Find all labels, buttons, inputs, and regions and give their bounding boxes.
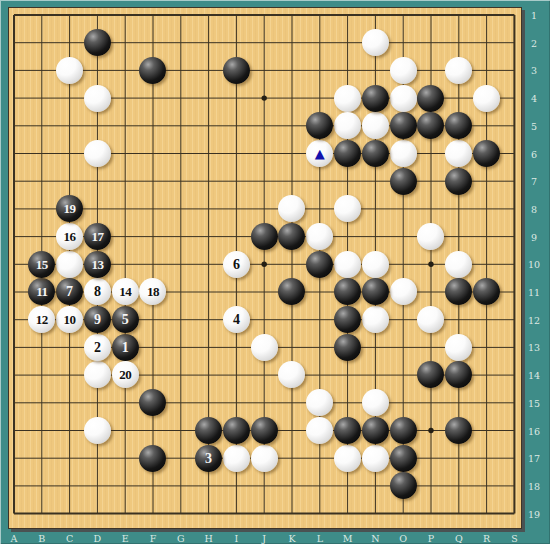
stone-black xyxy=(139,445,166,472)
move-number: 16 xyxy=(64,223,76,250)
stone-white xyxy=(473,85,500,112)
stone-black xyxy=(417,85,444,112)
stone-white xyxy=(445,57,472,84)
stone-white xyxy=(306,417,333,444)
stone-white xyxy=(390,57,417,84)
move-number: 14 xyxy=(119,278,131,305)
stone-white xyxy=(56,57,83,84)
stone-white: 20 xyxy=(112,361,139,388)
stone-black xyxy=(139,389,166,416)
stone-white xyxy=(445,334,472,361)
column-label: O xyxy=(393,533,413,544)
move-number: 2 xyxy=(94,334,101,361)
stone-black xyxy=(445,361,472,388)
stone-white xyxy=(56,251,83,278)
stone-black xyxy=(334,140,361,167)
move-number: 1 xyxy=(122,334,129,361)
stone-white: 8 xyxy=(84,278,111,305)
column-label: N xyxy=(365,533,385,544)
stone-white: 14 xyxy=(112,278,139,305)
stone-black xyxy=(390,417,417,444)
stone-black xyxy=(334,334,361,361)
stone-black: 1 xyxy=(112,334,139,361)
stone-black: 5 xyxy=(112,306,139,333)
stone-black xyxy=(473,140,500,167)
stone-white xyxy=(362,29,389,56)
move-number: 6 xyxy=(233,251,240,278)
stones-layer: ▲1234567891011121314151617181920 xyxy=(0,1,528,527)
column-label: A xyxy=(4,533,24,544)
column-label: P xyxy=(421,533,441,544)
stone-white xyxy=(417,306,444,333)
stone-black xyxy=(334,306,361,333)
stone-black xyxy=(334,278,361,305)
move-number: 18 xyxy=(147,278,159,305)
stone-white xyxy=(334,445,361,472)
column-label: G xyxy=(171,533,191,544)
stone-white xyxy=(390,85,417,112)
stone-white xyxy=(334,251,361,278)
stone-black: 19 xyxy=(56,195,83,222)
column-label: L xyxy=(310,533,330,544)
stone-black xyxy=(445,278,472,305)
stone-white xyxy=(445,140,472,167)
stone-black xyxy=(362,85,389,112)
column-label: C xyxy=(60,533,80,544)
column-label: K xyxy=(282,533,302,544)
stone-white: 4 xyxy=(223,306,250,333)
stone-black xyxy=(251,417,278,444)
stone-white xyxy=(362,112,389,139)
stone-black xyxy=(362,417,389,444)
column-label: R xyxy=(477,533,497,544)
stone-white xyxy=(362,306,389,333)
stone-black xyxy=(223,57,250,84)
move-number: 7 xyxy=(66,278,73,305)
stone-white xyxy=(334,195,361,222)
stone-white xyxy=(278,195,305,222)
stone-black xyxy=(306,112,333,139)
stone-black xyxy=(334,417,361,444)
column-label: I xyxy=(226,533,246,544)
stone-white xyxy=(223,445,250,472)
stone-white xyxy=(362,251,389,278)
stone-black xyxy=(362,140,389,167)
stone-white xyxy=(306,223,333,250)
stone-black xyxy=(278,278,305,305)
column-label: B xyxy=(32,533,52,544)
stone-white xyxy=(84,85,111,112)
stone-black xyxy=(251,223,278,250)
move-number: 3 xyxy=(205,445,212,472)
column-label: F xyxy=(143,533,163,544)
move-number: 20 xyxy=(119,361,131,388)
move-number: 11 xyxy=(36,278,47,305)
stone-white: 10 xyxy=(56,306,83,333)
stone-white: 12 xyxy=(28,306,55,333)
stone-white: 18 xyxy=(139,278,166,305)
stone-black xyxy=(84,29,111,56)
move-number: 9 xyxy=(94,306,101,333)
stone-black xyxy=(139,57,166,84)
stone-black xyxy=(445,112,472,139)
stone-white xyxy=(84,361,111,388)
stone-black: 11 xyxy=(28,278,55,305)
stone-white: 16 xyxy=(56,223,83,250)
move-number: 12 xyxy=(36,306,48,333)
stone-black xyxy=(223,417,250,444)
stone-black xyxy=(445,168,472,195)
stone-black xyxy=(306,251,333,278)
column-label: Q xyxy=(449,533,469,544)
stone-black: 13 xyxy=(84,251,111,278)
stone-white xyxy=(362,389,389,416)
stone-black: 9 xyxy=(84,306,111,333)
stone-white xyxy=(278,361,305,388)
stone-white xyxy=(84,417,111,444)
stone-black xyxy=(445,417,472,444)
move-number: 10 xyxy=(64,306,76,333)
stone-white: 6 xyxy=(223,251,250,278)
stone-white xyxy=(362,445,389,472)
stone-black: 7 xyxy=(56,278,83,305)
stone-black: 3 xyxy=(195,445,222,472)
stone-black: 17 xyxy=(84,223,111,250)
move-number: 17 xyxy=(91,223,103,250)
stone-white xyxy=(251,334,278,361)
go-diagram-page: ▲1234567891011121314151617181920 ABCDEFG… xyxy=(0,0,550,544)
stone-white xyxy=(390,140,417,167)
stone-white xyxy=(417,223,444,250)
stone-white xyxy=(84,140,111,167)
column-label: E xyxy=(115,533,135,544)
stone-white xyxy=(390,278,417,305)
stone-white xyxy=(334,112,361,139)
move-number: 13 xyxy=(91,251,103,278)
stone-black xyxy=(390,445,417,472)
stone-black xyxy=(278,223,305,250)
column-label: H xyxy=(199,533,219,544)
stone-black xyxy=(390,168,417,195)
move-number: 4 xyxy=(233,306,240,333)
stone-white xyxy=(445,251,472,278)
stone-black xyxy=(473,278,500,305)
move-number: 15 xyxy=(36,251,48,278)
stone-white: ▲ xyxy=(306,140,333,167)
go-board[interactable]: ▲1234567891011121314151617181920 xyxy=(8,7,522,529)
stone-black: 15 xyxy=(28,251,55,278)
stone-black xyxy=(390,112,417,139)
stone-black xyxy=(390,472,417,499)
stone-white xyxy=(251,445,278,472)
move-number: 19 xyxy=(64,195,76,222)
triangle-mark-icon: ▲ xyxy=(315,140,325,167)
column-label: D xyxy=(87,533,107,544)
column-label: J xyxy=(254,533,274,544)
column-label: S xyxy=(504,533,524,544)
stone-black xyxy=(195,417,222,444)
stone-black xyxy=(417,361,444,388)
stone-white: 2 xyxy=(84,334,111,361)
move-number: 5 xyxy=(122,306,129,333)
move-number: 8 xyxy=(94,278,101,305)
stone-black xyxy=(417,112,444,139)
stone-white xyxy=(306,389,333,416)
column-label: M xyxy=(338,533,358,544)
stone-white xyxy=(334,85,361,112)
column-coordinates: ABCDEFGHIJKLMNOPQRS xyxy=(0,531,550,544)
stone-black xyxy=(362,278,389,305)
